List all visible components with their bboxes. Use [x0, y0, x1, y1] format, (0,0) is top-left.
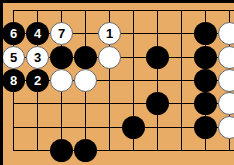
move-number-label: 5 — [10, 51, 17, 64]
black-stone[interactable]: 2 — [26, 69, 49, 92]
go-board-diagram: 64715382 — [0, 0, 234, 165]
grid-line-vertical — [181, 10, 182, 151]
white-stone[interactable] — [218, 22, 234, 45]
black-stone[interactable] — [146, 46, 169, 69]
move-number-label: 3 — [34, 51, 41, 64]
white-stone[interactable] — [218, 92, 234, 115]
black-stone[interactable] — [194, 92, 217, 115]
white-stone[interactable] — [218, 46, 234, 69]
black-stone[interactable]: 4 — [26, 22, 49, 45]
black-stone[interactable] — [146, 92, 169, 115]
black-stone[interactable] — [122, 116, 145, 139]
black-stone[interactable]: 8 — [2, 69, 25, 92]
white-stone[interactable] — [218, 69, 234, 92]
black-stone[interactable] — [74, 139, 97, 162]
white-stone[interactable]: 7 — [50, 22, 73, 45]
grid-line-vertical — [157, 10, 158, 151]
move-number-label: 2 — [34, 74, 41, 87]
black-stone[interactable] — [74, 46, 97, 69]
move-number-label: 4 — [34, 27, 41, 40]
move-number-label: 1 — [106, 27, 113, 40]
black-stone[interactable] — [50, 139, 73, 162]
white-stone[interactable]: 1 — [98, 22, 121, 45]
black-stone[interactable] — [194, 116, 217, 139]
black-stone[interactable] — [194, 46, 217, 69]
black-stone[interactable]: 6 — [2, 22, 25, 45]
grid-line-horizontal — [13, 150, 234, 151]
white-stone[interactable] — [50, 69, 73, 92]
black-stone[interactable] — [50, 46, 73, 69]
white-stone[interactable] — [218, 116, 234, 139]
white-stone[interactable]: 5 — [2, 46, 25, 69]
white-stone[interactable] — [74, 69, 97, 92]
move-number-label: 8 — [10, 74, 17, 87]
black-stone[interactable] — [194, 69, 217, 92]
white-stone[interactable]: 3 — [26, 46, 49, 69]
move-number-label: 6 — [10, 27, 17, 40]
white-stone[interactable] — [98, 46, 121, 69]
move-number-label: 7 — [58, 27, 65, 40]
black-stone[interactable] — [194, 22, 217, 45]
grid-line-horizontal — [13, 10, 234, 11]
